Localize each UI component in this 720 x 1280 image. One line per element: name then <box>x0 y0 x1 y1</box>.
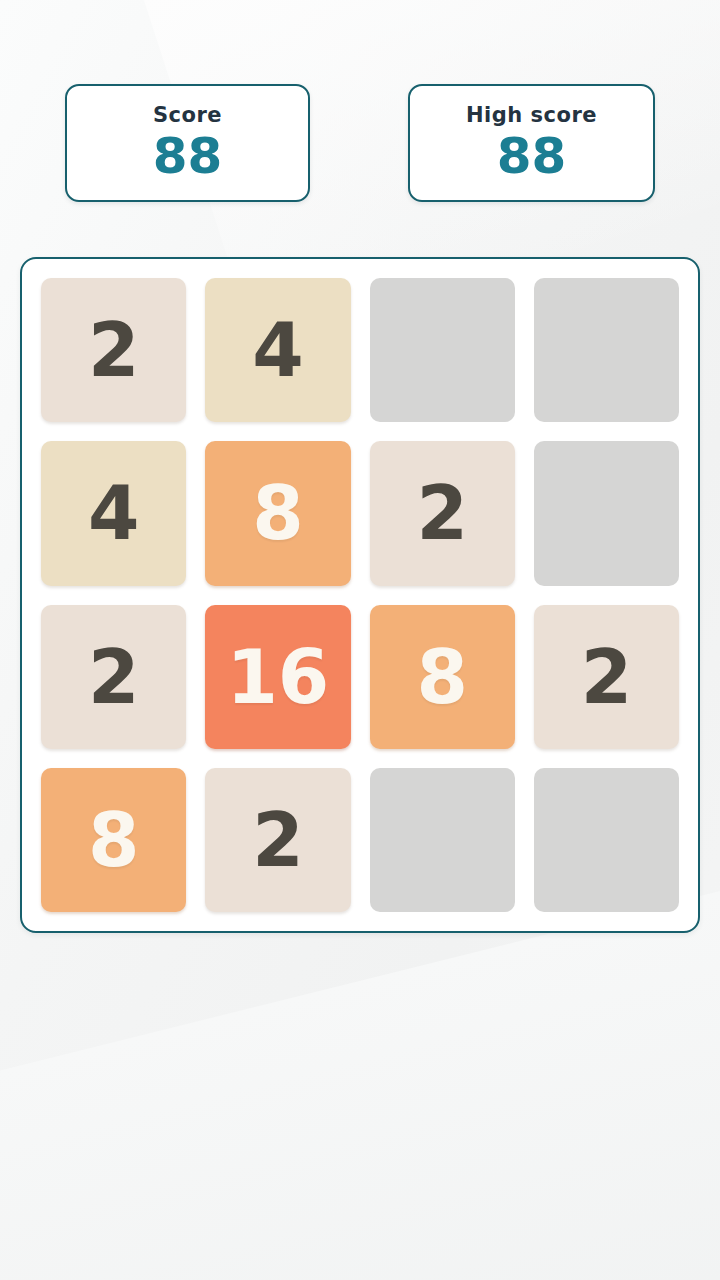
empty-cell <box>534 441 679 585</box>
empty-cell <box>370 278 515 422</box>
empty-cell <box>534 768 679 912</box>
tile-8: 8 <box>370 605 515 749</box>
tile-4: 4 <box>41 441 186 585</box>
empty-cell <box>370 768 515 912</box>
tile-2: 2 <box>41 278 186 422</box>
score-box: Score 88 <box>65 84 310 202</box>
tile-2: 2 <box>205 768 350 912</box>
tile-8: 8 <box>205 441 350 585</box>
high-score-label: High score <box>466 105 597 126</box>
score-value: 88 <box>153 131 223 181</box>
score-label: Score <box>153 105 222 126</box>
tile-2: 2 <box>534 605 679 749</box>
board[interactable]: 244822168282 <box>20 257 700 933</box>
tile-8: 8 <box>41 768 186 912</box>
empty-cell <box>534 278 679 422</box>
high-score-box: High score 88 <box>408 84 655 202</box>
tile-16: 16 <box>205 605 350 749</box>
high-score-value: 88 <box>497 131 567 181</box>
tile-2: 2 <box>41 605 186 749</box>
tile-4: 4 <box>205 278 350 422</box>
tile-2: 2 <box>370 441 515 585</box>
